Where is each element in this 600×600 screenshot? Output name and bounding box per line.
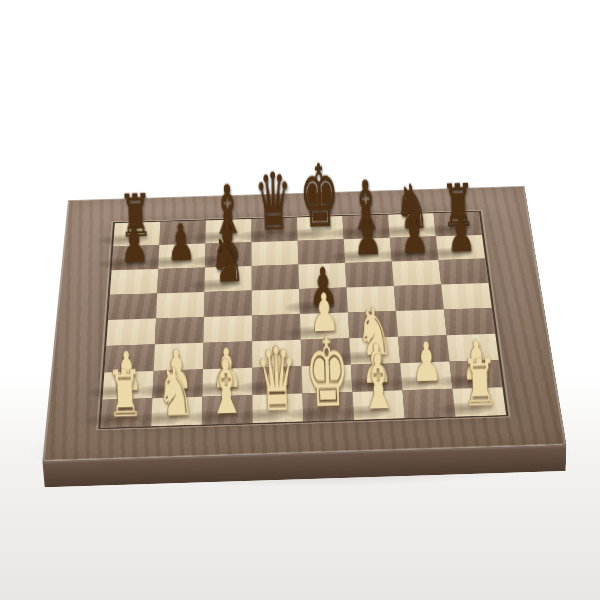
board-frame: ♜♝♛♚♝♞♜♟♟♟♟♟♟♞♟♟♞♟♟♟♟♟♟♟♜♞♝♛♚♝♜: [42, 186, 566, 461]
square-h7[interactable]: [436, 235, 485, 260]
square-e1[interactable]: [302, 392, 354, 422]
square-e3[interactable]: [301, 338, 351, 366]
square-f1[interactable]: [353, 390, 405, 420]
square-f8[interactable]: [342, 215, 389, 240]
square-a5[interactable]: [108, 293, 157, 320]
square-a6[interactable]: [110, 269, 158, 295]
square-g1[interactable]: [403, 389, 456, 419]
square-c6[interactable]: [205, 266, 252, 292]
square-a4[interactable]: [106, 319, 156, 346]
square-e7[interactable]: [298, 239, 345, 264]
square-g5[interactable]: [394, 284, 444, 311]
square-c2[interactable]: [202, 368, 252, 397]
square-f5[interactable]: [347, 286, 396, 313]
square-h8[interactable]: [433, 212, 482, 237]
square-d7[interactable]: [252, 241, 299, 266]
square-e8[interactable]: [297, 216, 344, 241]
square-g7[interactable]: [390, 236, 439, 261]
square-f6[interactable]: [345, 262, 394, 288]
square-b3[interactable]: [154, 343, 204, 371]
square-d1[interactable]: [252, 394, 303, 424]
square-c5[interactable]: [204, 290, 252, 317]
square-h6[interactable]: [439, 259, 489, 285]
chess-board: ♜♝♛♚♝♞♜♟♟♟♟♟♟♞♟♟♞♟♟♟♟♟♟♟♜♞♝♛♚♝♜: [42, 186, 566, 461]
square-g6[interactable]: [392, 260, 441, 286]
square-f4[interactable]: [348, 311, 398, 338]
square-b6[interactable]: [157, 267, 205, 293]
square-b5[interactable]: [156, 292, 204, 319]
square-b8[interactable]: [159, 220, 206, 245]
square-c1[interactable]: [202, 395, 253, 425]
square-e4[interactable]: [300, 312, 349, 339]
square-c4[interactable]: [204, 316, 253, 343]
square-c8[interactable]: [205, 219, 251, 244]
square-h5[interactable]: [441, 283, 492, 310]
square-d3[interactable]: [252, 340, 301, 368]
square-f3[interactable]: [349, 337, 400, 365]
square-a3[interactable]: [104, 344, 155, 372]
square-e6[interactable]: [298, 263, 346, 289]
square-f2[interactable]: [351, 363, 403, 392]
square-e2[interactable]: [302, 365, 353, 394]
square-d4[interactable]: [252, 314, 301, 341]
square-a2[interactable]: [102, 371, 153, 400]
square-h1[interactable]: [453, 387, 507, 417]
square-a8[interactable]: [113, 222, 160, 247]
square-h4[interactable]: [444, 308, 495, 335]
square-h2[interactable]: [450, 360, 503, 389]
square-g3[interactable]: [398, 335, 450, 363]
square-b7[interactable]: [158, 244, 205, 269]
square-a7[interactable]: [112, 245, 160, 270]
square-b2[interactable]: [152, 369, 203, 398]
photo-backdrop: ♜♝♛♚♝♞♜♟♟♟♟♟♟♞♟♟♞♟♟♟♟♟♟♟♜♞♝♛♚♝♜: [0, 0, 600, 600]
square-b1[interactable]: [151, 397, 202, 427]
square-d8[interactable]: [251, 218, 297, 243]
playing-area: [100, 212, 506, 428]
square-c7[interactable]: [205, 242, 252, 267]
square-h3[interactable]: [447, 334, 499, 362]
square-a1[interactable]: [100, 398, 152, 428]
square-d5[interactable]: [252, 289, 300, 316]
square-d2[interactable]: [252, 366, 302, 395]
square-g4[interactable]: [396, 309, 447, 336]
square-f7[interactable]: [344, 238, 392, 263]
square-b4[interactable]: [155, 317, 204, 344]
square-g8[interactable]: [388, 213, 436, 238]
square-c3[interactable]: [203, 341, 252, 369]
square-e5[interactable]: [299, 287, 348, 314]
square-g2[interactable]: [400, 362, 452, 391]
square-d6[interactable]: [252, 264, 299, 290]
